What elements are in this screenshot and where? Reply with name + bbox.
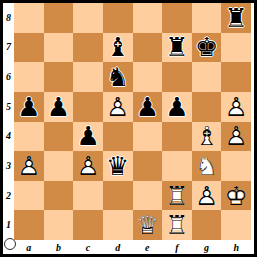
square-d5[interactable]: ♟♙ [103,92,133,122]
white-knight-g3-outline: ♘ [192,151,222,181]
white-rook-f1-outline: ♖ [162,210,192,240]
square-a5[interactable]: ♟ [14,92,44,122]
white-pawn-a3-outline: ♙ [14,151,44,181]
square-b7[interactable] [44,33,74,63]
square-a7[interactable] [14,33,44,63]
black-pawn-a5[interactable]: ♟ [14,92,44,122]
square-d6[interactable]: ♞ [103,62,133,92]
black-pawn-b5[interactable]: ♟ [44,92,74,122]
black-bishop-d7[interactable]: ♝ [103,33,133,63]
square-c1[interactable] [73,210,103,240]
square-c4[interactable]: ♟ [73,122,103,152]
square-b5[interactable]: ♟ [44,92,74,122]
square-h4[interactable]: ♟♙ [221,122,251,152]
square-d1[interactable] [103,210,133,240]
square-f4[interactable] [162,122,192,152]
square-b2[interactable] [44,181,74,211]
square-e2[interactable] [133,181,163,211]
white-pawn-g2-outline: ♙ [192,181,222,211]
file-label-h: h [221,242,251,254]
square-h7[interactable] [221,33,251,63]
rank-label-4: 4 [3,131,14,141]
rank-label-5: 5 [3,102,14,112]
file-label-b: b [44,242,74,254]
white-rook-f2-outline: ♖ [162,181,192,211]
black-pawn-f5[interactable]: ♟ [162,92,192,122]
black-knight-d6[interactable]: ♞ [103,62,133,92]
square-c8[interactable] [73,3,103,33]
black-rook-f7[interactable]: ♜ [162,33,192,63]
black-rook-h8[interactable]: ♜ [221,3,251,33]
square-c5[interactable] [73,92,103,122]
square-h2[interactable]: ♚♔ [221,181,251,211]
rank-label-7: 7 [3,42,14,52]
rank-label-8: 8 [3,13,14,23]
white-pawn-c3-outline: ♙ [73,151,103,181]
file-label-a: a [14,242,44,254]
square-a6[interactable] [14,62,44,92]
square-e3[interactable] [133,151,163,181]
black-pawn-e5[interactable]: ♟ [133,92,163,122]
square-c7[interactable] [73,33,103,63]
square-h1[interactable] [221,210,251,240]
square-d3[interactable]: ♛ [103,151,133,181]
square-c2[interactable] [73,181,103,211]
square-b8[interactable] [44,3,74,33]
square-b6[interactable] [44,62,74,92]
square-c3[interactable]: ♟♙ [73,151,103,181]
square-h3[interactable] [221,151,251,181]
square-a4[interactable] [14,122,44,152]
black-queen-d3[interactable]: ♛ [103,151,133,181]
square-d2[interactable] [103,181,133,211]
black-pawn-c4[interactable]: ♟ [73,122,103,152]
square-f1[interactable]: ♜♖ [162,210,192,240]
square-a8[interactable] [14,3,44,33]
square-c6[interactable] [73,62,103,92]
square-b1[interactable] [44,210,74,240]
white-pawn-h5-outline: ♙ [221,92,251,122]
chess-board: ♜♝♜♚♞♟♟♟♙♟♟♟♙♟♝♗♟♙♟♙♟♙♛♞♘♜♖♟♙♚♔♛♕♜♖ [14,3,251,240]
square-a3[interactable]: ♟♙ [14,151,44,181]
square-e4[interactable] [133,122,163,152]
square-b3[interactable] [44,151,74,181]
square-f5[interactable]: ♟ [162,92,192,122]
rank-label-6: 6 [3,72,14,82]
square-g5[interactable] [192,92,222,122]
square-g3[interactable]: ♞♘ [192,151,222,181]
square-h8[interactable]: ♜ [221,3,251,33]
square-g8[interactable] [192,3,222,33]
file-label-d: d [103,242,133,254]
white-bishop-g4-outline: ♗ [192,122,222,152]
square-b4[interactable] [44,122,74,152]
square-g6[interactable] [192,62,222,92]
chess-board-diagram: ♜♝♜♚♞♟♟♟♙♟♟♟♙♟♝♗♟♙♟♙♟♙♛♞♘♜♖♟♙♚♔♛♕♜♖ 8765… [0,0,257,257]
square-f2[interactable]: ♜♖ [162,181,192,211]
file-label-e: e [133,242,163,254]
square-g4[interactable]: ♝♗ [192,122,222,152]
black-king-g7[interactable]: ♚ [192,33,222,63]
square-g2[interactable]: ♟♙ [192,181,222,211]
square-f7[interactable]: ♜ [162,33,192,63]
square-a1[interactable] [14,210,44,240]
file-label-g: g [192,242,222,254]
square-f8[interactable] [162,3,192,33]
square-a2[interactable] [14,181,44,211]
square-d8[interactable] [103,3,133,33]
white-pawn-d5-outline: ♙ [103,92,133,122]
rank-label-3: 3 [3,161,14,171]
square-g7[interactable]: ♚ [192,33,222,63]
square-d4[interactable] [103,122,133,152]
square-e7[interactable] [133,33,163,63]
square-e6[interactable] [133,62,163,92]
square-f3[interactable] [162,151,192,181]
rank-label-1: 1 [3,220,14,230]
white-king-h2-outline: ♔ [221,181,251,211]
square-f6[interactable] [162,62,192,92]
square-d7[interactable]: ♝ [103,33,133,63]
square-e1[interactable]: ♛♕ [133,210,163,240]
white-pawn-h4-outline: ♙ [221,122,251,152]
white-queen-e1-outline: ♕ [133,210,163,240]
square-g1[interactable] [192,210,222,240]
square-e8[interactable] [133,3,163,33]
square-h6[interactable] [221,62,251,92]
file-label-c: c [73,242,103,254]
file-label-f: f [162,242,192,254]
square-h5[interactable]: ♟♙ [221,92,251,122]
square-e5[interactable]: ♟ [133,92,163,122]
rank-label-2: 2 [3,191,14,201]
